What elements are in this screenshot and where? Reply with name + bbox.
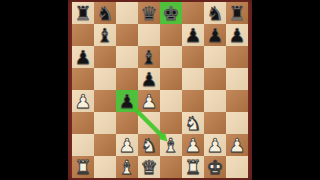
square-c5[interactable] (116, 68, 138, 90)
square-g3[interactable] (204, 112, 226, 134)
square-c4[interactable]: ♟ (116, 90, 138, 112)
square-g6[interactable] (204, 46, 226, 68)
square-f8[interactable] (182, 2, 204, 24)
square-d5[interactable]: ♟ (138, 68, 160, 90)
square-b6[interactable] (94, 46, 116, 68)
square-e4[interactable] (160, 90, 182, 112)
square-d4[interactable]: ♟ (138, 90, 160, 112)
square-c6[interactable] (116, 46, 138, 68)
piece-white-pawn: ♟ (182, 134, 204, 156)
square-f4[interactable] (182, 90, 204, 112)
square-h6[interactable] (226, 46, 248, 68)
square-d2[interactable]: ♞ (138, 134, 160, 156)
square-h2[interactable]: ♟ (226, 134, 248, 156)
square-b4[interactable] (94, 90, 116, 112)
square-g1[interactable]: ♚ (204, 156, 226, 178)
square-f3[interactable]: ♞ (182, 112, 204, 134)
square-c3[interactable] (116, 112, 138, 134)
square-b8[interactable]: ♞ (94, 2, 116, 24)
square-f5[interactable] (182, 68, 204, 90)
square-b7[interactable]: ♝ (94, 24, 116, 46)
piece-black-knight: ♞ (204, 2, 226, 24)
piece-black-bishop: ♝ (94, 24, 116, 46)
piece-white-pawn: ♟ (116, 134, 138, 156)
square-h8[interactable]: ♜ (226, 2, 248, 24)
square-h1[interactable] (226, 156, 248, 178)
square-f6[interactable] (182, 46, 204, 68)
piece-white-bishop: ♝ (116, 156, 138, 178)
piece-black-pawn: ♟ (204, 24, 226, 46)
piece-white-pawn: ♟ (138, 90, 160, 112)
piece-white-rook: ♜ (182, 156, 204, 178)
piece-black-queen: ♛ (138, 2, 160, 24)
square-a4[interactable]: ♟ (72, 90, 94, 112)
piece-black-pawn: ♟ (72, 46, 94, 68)
piece-black-pawn: ♟ (182, 24, 204, 46)
piece-black-bishop: ♝ (138, 46, 160, 68)
square-g5[interactable] (204, 68, 226, 90)
square-a3[interactable] (72, 112, 94, 134)
square-d8[interactable]: ♛ (138, 2, 160, 24)
square-d1[interactable]: ♛ (138, 156, 160, 178)
square-g7[interactable]: ♟ (204, 24, 226, 46)
piece-white-rook: ♜ (72, 156, 94, 178)
square-g4[interactable] (204, 90, 226, 112)
square-c7[interactable] (116, 24, 138, 46)
square-c8[interactable] (116, 2, 138, 24)
square-e6[interactable] (160, 46, 182, 68)
square-g8[interactable]: ♞ (204, 2, 226, 24)
piece-black-pawn: ♟ (138, 68, 160, 90)
square-h5[interactable] (226, 68, 248, 90)
square-c2[interactable]: ♟ (116, 134, 138, 156)
square-f1[interactable]: ♜ (182, 156, 204, 178)
square-c1[interactable]: ♝ (116, 156, 138, 178)
square-a1[interactable]: ♜ (72, 156, 94, 178)
square-a7[interactable] (72, 24, 94, 46)
square-b1[interactable] (94, 156, 116, 178)
chess-board: ♜♞♛♚♞♜♝♟♟♟♟♝♟♟♟♟♞♟♞♝♟♟♟♜♝♛♜♚ (68, 0, 252, 180)
square-b5[interactable] (94, 68, 116, 90)
square-d7[interactable] (138, 24, 160, 46)
piece-white-king: ♚ (204, 156, 226, 178)
piece-white-bishop: ♝ (160, 134, 182, 156)
square-a2[interactable] (72, 134, 94, 156)
square-e7[interactable] (160, 24, 182, 46)
piece-white-pawn: ♟ (204, 134, 226, 156)
piece-white-knight: ♞ (138, 134, 160, 156)
square-a6[interactable]: ♟ (72, 46, 94, 68)
square-h7[interactable]: ♟ (226, 24, 248, 46)
piece-white-queen: ♛ (138, 156, 160, 178)
piece-black-rook: ♜ (226, 2, 248, 24)
square-b3[interactable] (94, 112, 116, 134)
video-frame: ♜♞♛♚♞♜♝♟♟♟♟♝♟♟♟♟♞♟♞♝♟♟♟♜♝♛♜♚ (0, 0, 320, 180)
piece-black-rook: ♜ (72, 2, 94, 24)
board-grid: ♜♞♛♚♞♜♝♟♟♟♟♝♟♟♟♟♞♟♞♝♟♟♟♜♝♛♜♚ (72, 2, 248, 178)
square-h3[interactable] (226, 112, 248, 134)
square-g2[interactable]: ♟ (204, 134, 226, 156)
square-e2[interactable]: ♝ (160, 134, 182, 156)
piece-black-king: ♚ (160, 2, 182, 24)
square-d3[interactable] (138, 112, 160, 134)
piece-white-pawn: ♟ (226, 134, 248, 156)
piece-black-pawn: ♟ (226, 24, 248, 46)
square-e3[interactable] (160, 112, 182, 134)
square-d6[interactable]: ♝ (138, 46, 160, 68)
piece-white-pawn: ♟ (72, 90, 94, 112)
square-f2[interactable]: ♟ (182, 134, 204, 156)
square-e8[interactable]: ♚ (160, 2, 182, 24)
piece-white-knight: ♞ (182, 112, 204, 134)
square-b2[interactable] (94, 134, 116, 156)
piece-black-knight: ♞ (94, 2, 116, 24)
square-f7[interactable]: ♟ (182, 24, 204, 46)
square-e5[interactable] (160, 68, 182, 90)
square-a8[interactable]: ♜ (72, 2, 94, 24)
piece-black-pawn: ♟ (116, 90, 138, 112)
square-e1[interactable] (160, 156, 182, 178)
square-a5[interactable] (72, 68, 94, 90)
square-h4[interactable] (226, 90, 248, 112)
